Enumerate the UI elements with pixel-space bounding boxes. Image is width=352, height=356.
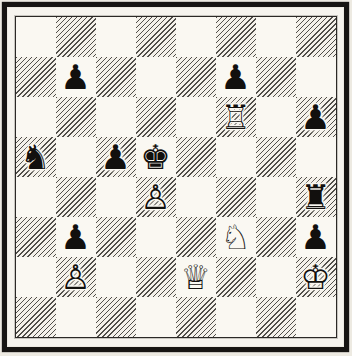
square-c7[interactable] <box>96 57 136 97</box>
square-g5[interactable] <box>256 137 296 177</box>
square-h5[interactable] <box>296 137 336 177</box>
square-b3[interactable]: ♟ <box>56 217 96 257</box>
square-b6[interactable] <box>56 97 96 137</box>
square-b8[interactable] <box>56 17 96 57</box>
black-pawn: ♟ <box>300 217 330 257</box>
square-g6[interactable] <box>256 97 296 137</box>
square-d5[interactable]: ♚ <box>136 137 176 177</box>
black-knight: ♞ <box>20 137 50 177</box>
square-h1[interactable] <box>296 297 336 337</box>
square-d2[interactable] <box>136 257 176 297</box>
scanned-chess-diagram: { "game": "chess", "position": "8/1p3p2/… <box>0 0 352 356</box>
diagram-frame: ♟♟♖♟♞♟♚♙♜♟♘♟♙♕♔ <box>2 2 349 352</box>
square-d4[interactable]: ♙ <box>136 177 176 217</box>
square-c2[interactable] <box>96 257 136 297</box>
square-h7[interactable] <box>296 57 336 97</box>
white-queen: ♕ <box>180 257 210 297</box>
black-king: ♚ <box>140 137 170 177</box>
square-e3[interactable] <box>176 217 216 257</box>
white-pawn: ♙ <box>60 257 90 297</box>
square-a7[interactable] <box>16 57 56 97</box>
square-a1[interactable] <box>16 297 56 337</box>
square-b7[interactable]: ♟ <box>56 57 96 97</box>
white-knight: ♘ <box>220 217 250 257</box>
chess-board: ♟♟♖♟♞♟♚♙♜♟♘♟♙♕♔ <box>15 16 337 338</box>
square-c4[interactable] <box>96 177 136 217</box>
square-a6[interactable] <box>16 97 56 137</box>
square-h4[interactable]: ♜ <box>296 177 336 217</box>
square-c1[interactable] <box>96 297 136 337</box>
square-f3[interactable]: ♘ <box>216 217 256 257</box>
square-e6[interactable] <box>176 97 216 137</box>
square-g7[interactable] <box>256 57 296 97</box>
square-h3[interactable]: ♟ <box>296 217 336 257</box>
square-e1[interactable] <box>176 297 216 337</box>
square-b4[interactable] <box>56 177 96 217</box>
square-d3[interactable] <box>136 217 176 257</box>
square-f1[interactable] <box>216 297 256 337</box>
square-d1[interactable] <box>136 297 176 337</box>
square-c5[interactable]: ♟ <box>96 137 136 177</box>
white-rook: ♖ <box>220 97 250 137</box>
square-b5[interactable] <box>56 137 96 177</box>
square-c6[interactable] <box>96 97 136 137</box>
square-g3[interactable] <box>256 217 296 257</box>
square-f2[interactable] <box>216 257 256 297</box>
square-h2[interactable]: ♔ <box>296 257 336 297</box>
square-a3[interactable] <box>16 217 56 257</box>
square-h8[interactable] <box>296 17 336 57</box>
square-g4[interactable] <box>256 177 296 217</box>
white-king: ♔ <box>300 257 330 297</box>
square-f5[interactable] <box>216 137 256 177</box>
square-e8[interactable] <box>176 17 216 57</box>
square-e4[interactable] <box>176 177 216 217</box>
square-f4[interactable] <box>216 177 256 217</box>
square-f6[interactable]: ♖ <box>216 97 256 137</box>
black-rook: ♜ <box>300 177 330 217</box>
square-g8[interactable] <box>256 17 296 57</box>
black-pawn: ♟ <box>300 97 330 137</box>
square-f8[interactable] <box>216 17 256 57</box>
square-e2[interactable]: ♕ <box>176 257 216 297</box>
black-pawn: ♟ <box>100 137 130 177</box>
black-pawn: ♟ <box>220 57 250 97</box>
square-g2[interactable] <box>256 257 296 297</box>
square-a2[interactable] <box>16 257 56 297</box>
square-g1[interactable] <box>256 297 296 337</box>
white-pawn: ♙ <box>140 177 170 217</box>
square-c8[interactable] <box>96 17 136 57</box>
black-pawn: ♟ <box>60 57 90 97</box>
square-a8[interactable] <box>16 17 56 57</box>
square-b1[interactable] <box>56 297 96 337</box>
square-d8[interactable] <box>136 17 176 57</box>
square-h6[interactable]: ♟ <box>296 97 336 137</box>
black-pawn: ♟ <box>60 217 90 257</box>
square-d7[interactable] <box>136 57 176 97</box>
square-b2[interactable]: ♙ <box>56 257 96 297</box>
square-c3[interactable] <box>96 217 136 257</box>
square-f7[interactable]: ♟ <box>216 57 256 97</box>
square-a5[interactable]: ♞ <box>16 137 56 177</box>
square-e7[interactable] <box>176 57 216 97</box>
square-a4[interactable] <box>16 177 56 217</box>
square-d6[interactable] <box>136 97 176 137</box>
square-e5[interactable] <box>176 137 216 177</box>
